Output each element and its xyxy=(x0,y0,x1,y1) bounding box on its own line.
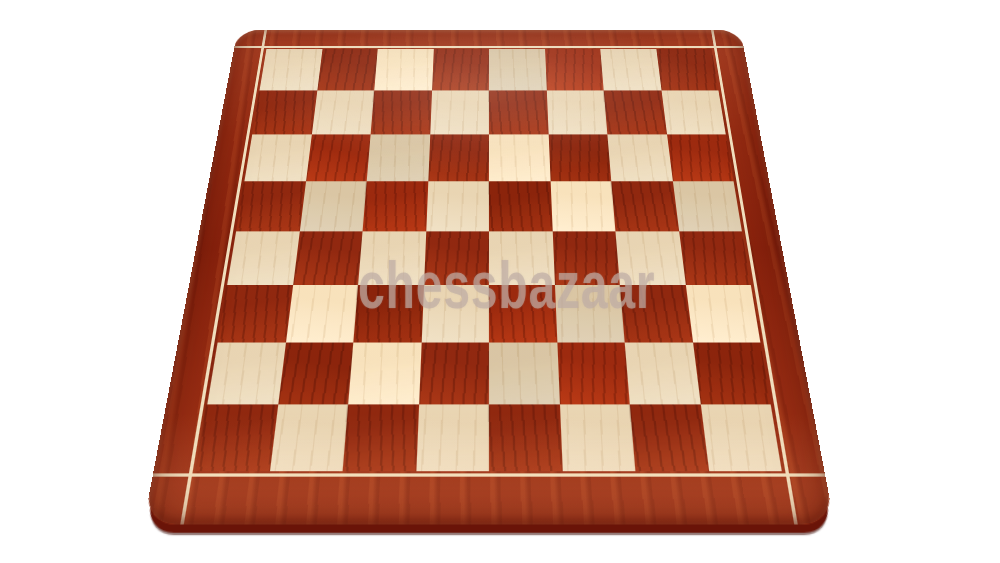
square-c7 xyxy=(371,90,432,134)
square-g5 xyxy=(611,181,678,231)
square-g6 xyxy=(607,134,672,181)
square-b5 xyxy=(299,181,366,231)
square-h4 xyxy=(679,231,751,285)
square-h6 xyxy=(667,134,734,181)
square-b8 xyxy=(317,49,378,90)
square-g3 xyxy=(620,285,693,343)
inlay-line-top xyxy=(234,46,744,48)
square-e2 xyxy=(489,343,559,405)
square-g1 xyxy=(630,404,709,471)
square-b2 xyxy=(278,343,354,405)
square-h8 xyxy=(656,49,719,90)
square-f5 xyxy=(550,181,615,231)
square-h7 xyxy=(661,90,726,134)
square-c8 xyxy=(374,49,433,90)
square-a3 xyxy=(218,285,293,343)
chessboard xyxy=(143,30,834,525)
photo-canvas: chessbazaar xyxy=(0,0,1000,563)
square-d3 xyxy=(421,285,489,343)
square-b6 xyxy=(306,134,371,181)
square-b3 xyxy=(285,285,358,343)
square-c6 xyxy=(367,134,430,181)
inlay-line-bottom xyxy=(153,473,826,476)
square-b7 xyxy=(311,90,374,134)
square-c4 xyxy=(358,231,426,285)
square-f1 xyxy=(559,404,635,471)
square-e5 xyxy=(489,181,552,231)
square-g8 xyxy=(600,49,661,90)
square-h5 xyxy=(672,181,741,231)
square-d5 xyxy=(426,181,489,231)
square-a1 xyxy=(196,404,278,471)
square-d6 xyxy=(428,134,489,181)
square-f7 xyxy=(546,90,607,134)
square-d8 xyxy=(432,49,489,90)
square-a8 xyxy=(260,49,323,90)
square-d7 xyxy=(430,90,489,134)
square-c2 xyxy=(348,343,421,405)
square-f8 xyxy=(545,49,604,90)
square-b1 xyxy=(269,404,348,471)
square-c1 xyxy=(343,404,419,471)
square-b4 xyxy=(293,231,363,285)
square-e6 xyxy=(489,134,550,181)
square-e8 xyxy=(489,49,546,90)
square-d4 xyxy=(424,231,489,285)
square-a6 xyxy=(244,134,311,181)
square-a5 xyxy=(236,181,305,231)
square-e3 xyxy=(489,285,557,343)
square-e4 xyxy=(489,231,554,285)
square-f3 xyxy=(554,285,624,343)
square-f6 xyxy=(548,134,611,181)
square-d1 xyxy=(416,404,489,471)
square-e7 xyxy=(489,90,548,134)
square-g2 xyxy=(625,343,701,405)
square-g7 xyxy=(604,90,667,134)
square-h3 xyxy=(685,285,760,343)
square-f2 xyxy=(557,343,630,405)
square-h2 xyxy=(693,343,771,405)
square-d2 xyxy=(419,343,489,405)
square-a7 xyxy=(252,90,317,134)
square-c5 xyxy=(363,181,428,231)
square-f4 xyxy=(552,231,620,285)
square-g4 xyxy=(615,231,685,285)
playing-field xyxy=(196,49,782,471)
square-h1 xyxy=(700,404,782,471)
square-e1 xyxy=(489,404,562,471)
square-a2 xyxy=(207,343,285,405)
square-a4 xyxy=(227,231,299,285)
square-c3 xyxy=(353,285,423,343)
